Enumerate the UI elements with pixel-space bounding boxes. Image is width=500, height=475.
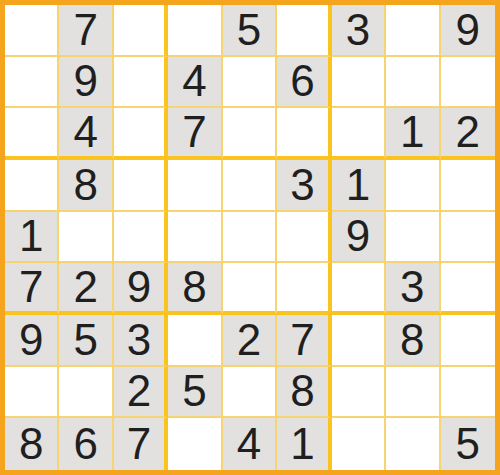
cell-r4c8-empty[interactable] bbox=[386, 160, 440, 212]
cell-r6c7-empty[interactable] bbox=[332, 263, 386, 315]
cell-r9c9-given: 5 bbox=[441, 418, 495, 470]
cell-r1c4-empty[interactable] bbox=[168, 5, 222, 57]
cell-r2c3-empty[interactable] bbox=[114, 57, 168, 109]
cell-r5c9-empty[interactable] bbox=[441, 212, 495, 264]
cell-r3c6-empty[interactable] bbox=[277, 108, 331, 160]
cell-r7c8-given: 8 bbox=[386, 315, 440, 367]
cell-r6c4-given: 8 bbox=[168, 263, 222, 315]
cell-r9c1-given: 8 bbox=[5, 418, 59, 470]
cell-r1c2-given: 7 bbox=[59, 5, 113, 57]
cell-r8c1-empty[interactable] bbox=[5, 367, 59, 419]
cell-r5c5-empty[interactable] bbox=[223, 212, 277, 264]
cell-r9c2-given: 6 bbox=[59, 418, 113, 470]
cell-r7c6-given: 7 bbox=[277, 315, 331, 367]
cell-r9c5-given: 4 bbox=[223, 418, 277, 470]
cell-r4c1-empty[interactable] bbox=[5, 160, 59, 212]
cell-r1c8-empty[interactable] bbox=[386, 5, 440, 57]
cell-r9c4-empty[interactable] bbox=[168, 418, 222, 470]
cell-r5c2-empty[interactable] bbox=[59, 212, 113, 264]
cell-r1c7-given: 3 bbox=[332, 5, 386, 57]
cell-r8c8-empty[interactable] bbox=[386, 367, 440, 419]
cell-r4c2-given: 8 bbox=[59, 160, 113, 212]
cell-r5c1-given: 1 bbox=[5, 212, 59, 264]
cell-r7c4-empty[interactable] bbox=[168, 315, 222, 367]
cell-r3c5-empty[interactable] bbox=[223, 108, 277, 160]
cell-r5c7-given: 9 bbox=[332, 212, 386, 264]
cell-r4c5-empty[interactable] bbox=[223, 160, 277, 212]
cell-r8c7-empty[interactable] bbox=[332, 367, 386, 419]
cell-r2c5-empty[interactable] bbox=[223, 57, 277, 109]
cell-r2c4-given: 4 bbox=[168, 57, 222, 109]
cell-r7c9-empty[interactable] bbox=[441, 315, 495, 367]
cell-r8c9-empty[interactable] bbox=[441, 367, 495, 419]
cell-r6c2-given: 2 bbox=[59, 263, 113, 315]
cell-r8c2-empty[interactable] bbox=[59, 367, 113, 419]
cell-r5c3-empty[interactable] bbox=[114, 212, 168, 264]
cell-r3c3-empty[interactable] bbox=[114, 108, 168, 160]
cell-r1c6-empty[interactable] bbox=[277, 5, 331, 57]
cell-r3c8-given: 1 bbox=[386, 108, 440, 160]
cell-r4c6-given: 3 bbox=[277, 160, 331, 212]
cell-r3c7-empty[interactable] bbox=[332, 108, 386, 160]
cell-r7c2-given: 5 bbox=[59, 315, 113, 367]
cell-r8c4-given: 5 bbox=[168, 367, 222, 419]
cell-r2c9-empty[interactable] bbox=[441, 57, 495, 109]
cell-r8c6-given: 8 bbox=[277, 367, 331, 419]
cell-r2c8-empty[interactable] bbox=[386, 57, 440, 109]
cell-r3c9-given: 2 bbox=[441, 108, 495, 160]
cell-r6c8-given: 3 bbox=[386, 263, 440, 315]
cell-r5c6-empty[interactable] bbox=[277, 212, 331, 264]
cell-r6c3-given: 9 bbox=[114, 263, 168, 315]
cell-r6c5-empty[interactable] bbox=[223, 263, 277, 315]
cell-r1c5-given: 5 bbox=[223, 5, 277, 57]
cell-r8c5-empty[interactable] bbox=[223, 367, 277, 419]
cell-r2c1-empty[interactable] bbox=[5, 57, 59, 109]
cell-r3c4-given: 7 bbox=[168, 108, 222, 160]
cell-r3c2-given: 4 bbox=[59, 108, 113, 160]
cell-r4c4-empty[interactable] bbox=[168, 160, 222, 212]
cell-r1c1-empty[interactable] bbox=[5, 5, 59, 57]
cell-r6c9-empty[interactable] bbox=[441, 263, 495, 315]
cell-r9c8-empty[interactable] bbox=[386, 418, 440, 470]
cell-r4c7-given: 1 bbox=[332, 160, 386, 212]
cell-r5c4-empty[interactable] bbox=[168, 212, 222, 264]
cell-r4c9-empty[interactable] bbox=[441, 160, 495, 212]
cell-r6c6-empty[interactable] bbox=[277, 263, 331, 315]
cell-r1c9-given: 9 bbox=[441, 5, 495, 57]
cell-r2c6-given: 6 bbox=[277, 57, 331, 109]
cell-r2c7-empty[interactable] bbox=[332, 57, 386, 109]
cell-r1c3-empty[interactable] bbox=[114, 5, 168, 57]
cell-r7c3-given: 3 bbox=[114, 315, 168, 367]
cell-r7c1-given: 9 bbox=[5, 315, 59, 367]
sudoku-board: 753994647128311972983953278258867415 bbox=[0, 0, 500, 475]
cell-r9c6-given: 1 bbox=[277, 418, 331, 470]
cell-r6c1-given: 7 bbox=[5, 263, 59, 315]
cell-r9c7-empty[interactable] bbox=[332, 418, 386, 470]
cell-r4c3-empty[interactable] bbox=[114, 160, 168, 212]
cell-r8c3-given: 2 bbox=[114, 367, 168, 419]
cell-r7c5-given: 2 bbox=[223, 315, 277, 367]
cell-r2c2-given: 9 bbox=[59, 57, 113, 109]
cell-r3c1-empty[interactable] bbox=[5, 108, 59, 160]
cell-r7c7-empty[interactable] bbox=[332, 315, 386, 367]
cell-r5c8-empty[interactable] bbox=[386, 212, 440, 264]
cell-r9c3-given: 7 bbox=[114, 418, 168, 470]
